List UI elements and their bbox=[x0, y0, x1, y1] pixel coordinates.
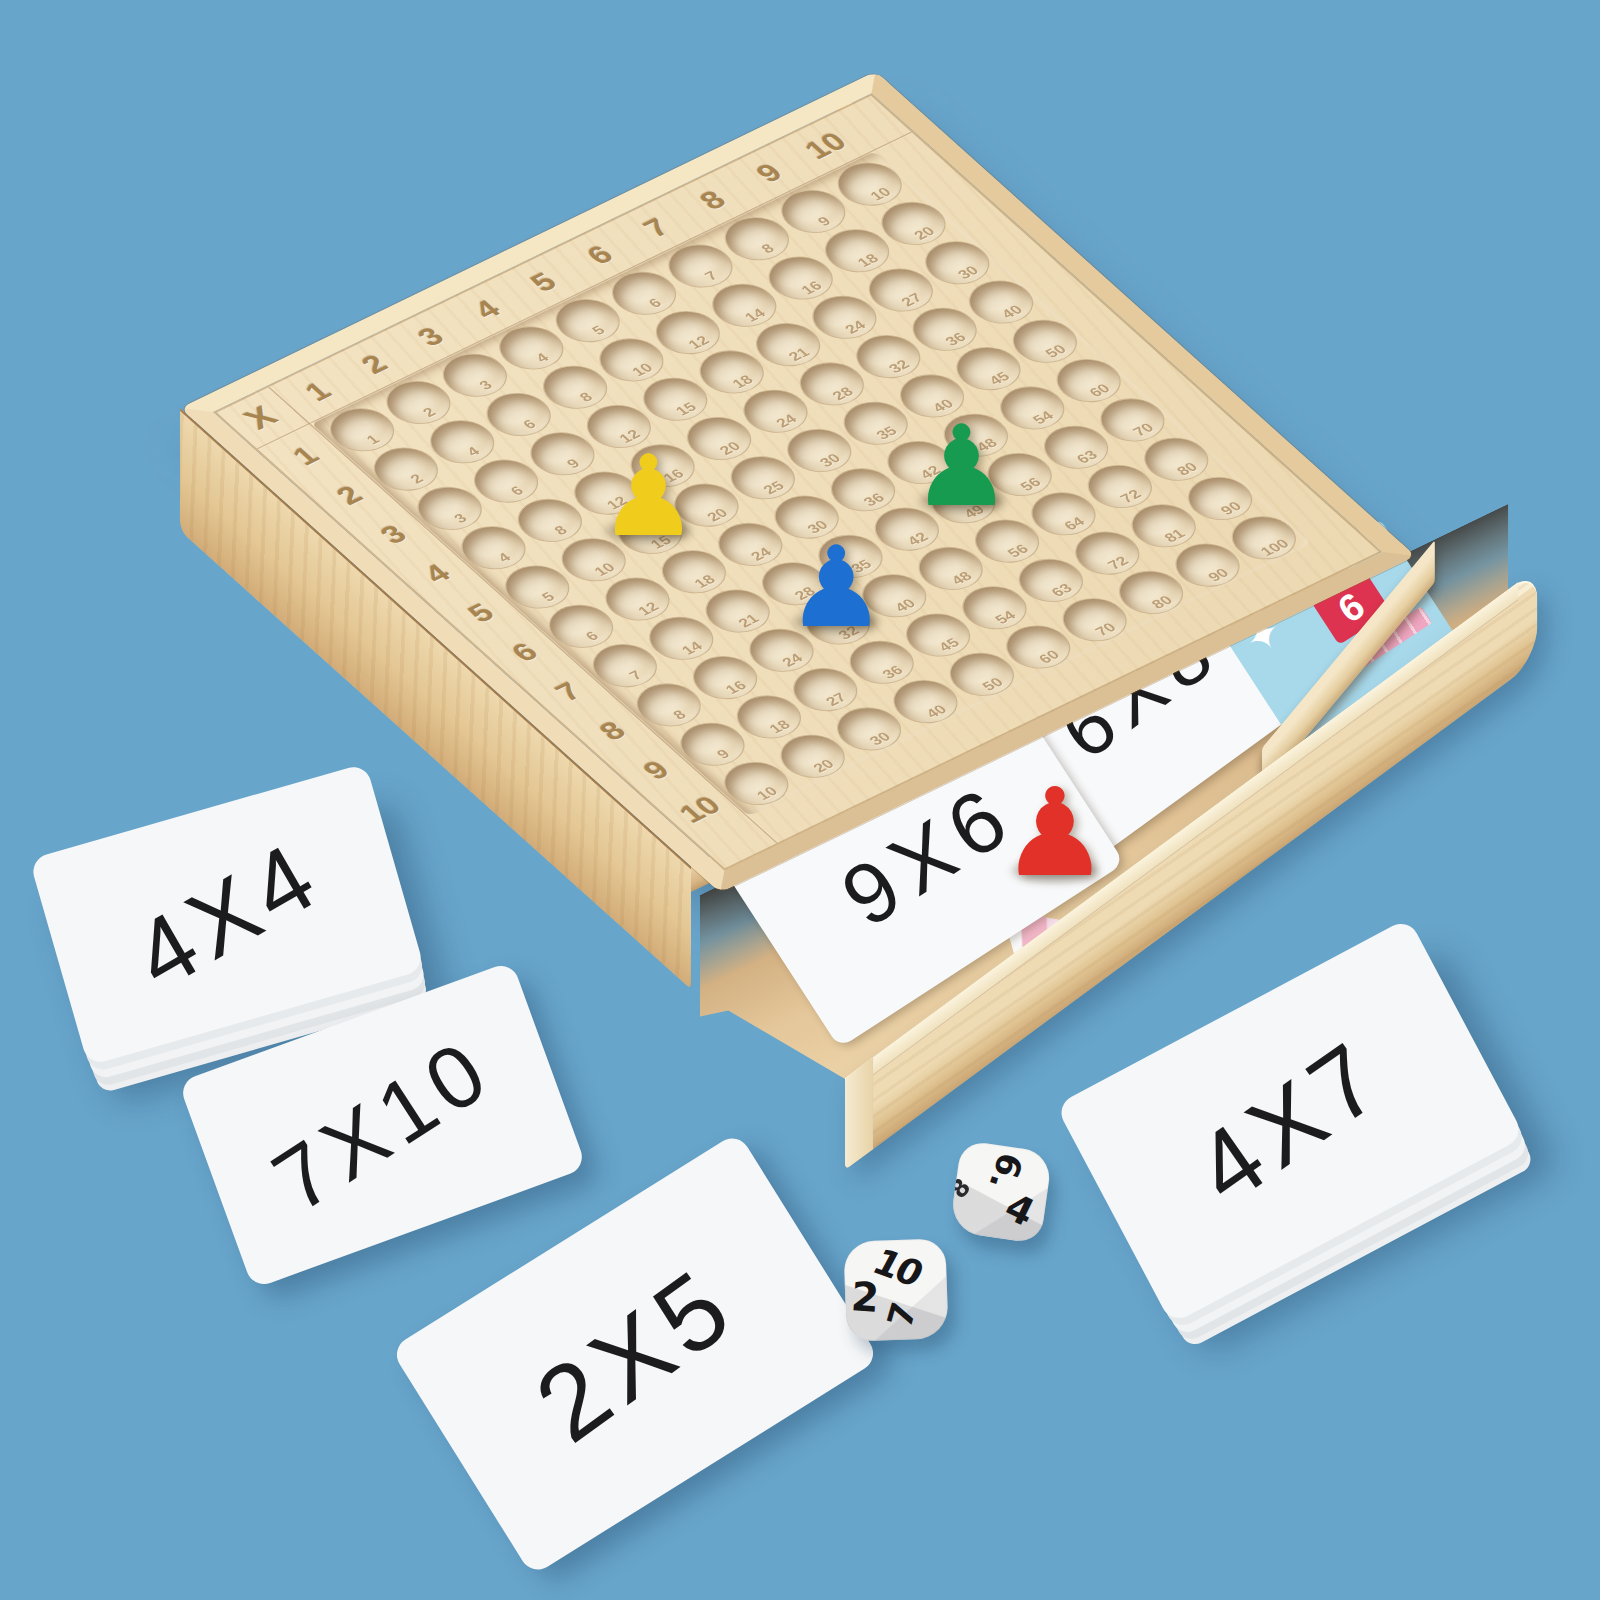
flash-card-label: 2X5 bbox=[513, 1243, 756, 1466]
pawn-glyph: ♟ bbox=[911, 410, 1011, 522]
scene: 6X8 ✦ 9 9X6 X123456789101234567891012345… bbox=[0, 0, 1600, 1600]
pawn-glyph: ♟ bbox=[598, 440, 698, 552]
die-face-left: 2 bbox=[850, 1276, 881, 1318]
die-face-front: 7 bbox=[882, 1299, 921, 1331]
flash-card-4x7[interactable]: 4X7 bbox=[1055, 918, 1525, 1325]
board-corner-label: X bbox=[227, 395, 294, 439]
pawn-glyph: ♟ bbox=[1000, 772, 1109, 894]
die-face-left: 8 bbox=[949, 1174, 975, 1203]
flash-card-label: 4X7 bbox=[1174, 1016, 1405, 1226]
die-face-right: 4 bbox=[1000, 1187, 1040, 1233]
flash-card-label: 4X4 bbox=[115, 818, 339, 1011]
ten-sided-die-2[interactable]: 10 2 7 bbox=[843, 1238, 948, 1341]
pawn-glyph: ♟ bbox=[786, 531, 886, 643]
flash-card-label: 7X10 bbox=[255, 1018, 510, 1233]
ten-sided-die-1[interactable]: 6. 4 8 bbox=[949, 1140, 1053, 1244]
